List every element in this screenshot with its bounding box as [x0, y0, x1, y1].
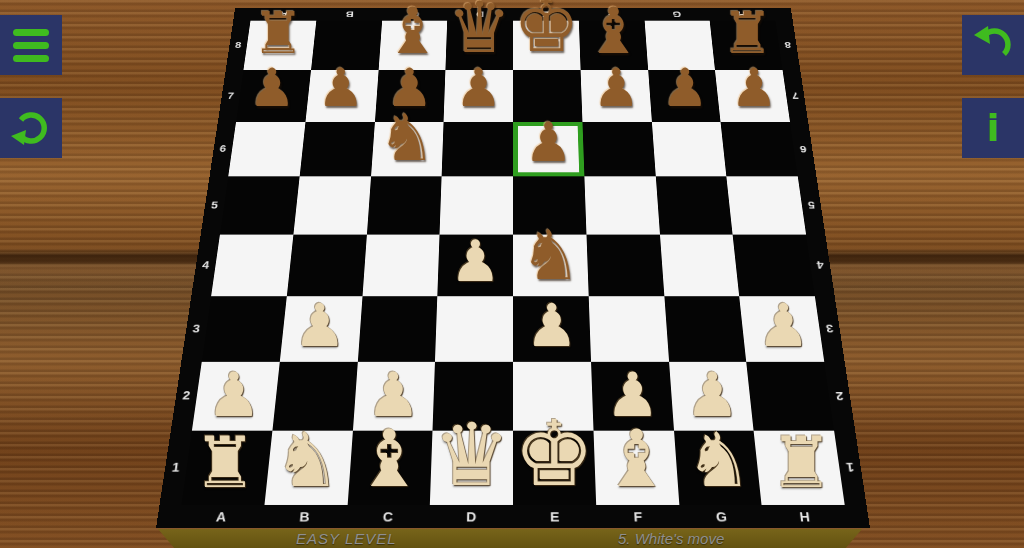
- info-icon: i: [986, 109, 999, 147]
- square-c3[interactable]: [357, 296, 437, 361]
- square-a5[interactable]: [220, 177, 299, 235]
- square-d5[interactable]: [440, 177, 513, 235]
- file-label-bottom-B: B: [262, 505, 347, 528]
- file-label-bottom-G: G: [679, 505, 764, 528]
- square-h6[interactable]: [721, 122, 798, 177]
- piece-white-pawn-b3[interactable]: ♟: [293, 296, 346, 355]
- piece-black-rook-h8[interactable]: ♜: [722, 5, 774, 63]
- piece-white-rook-h1[interactable]: ♜: [770, 428, 833, 499]
- piece-black-pawn-b7[interactable]: ♟: [317, 62, 364, 115]
- square-c4[interactable]: [362, 235, 440, 297]
- square-f4[interactable]: [586, 235, 664, 297]
- square-b4[interactable]: [287, 235, 367, 297]
- rotate-board-icon: [9, 106, 53, 150]
- file-label-bottom-H: H: [762, 505, 848, 528]
- piece-black-bishop-f8[interactable]: ♝: [585, 0, 642, 63]
- piece-black-knight-e4[interactable]: ♞: [520, 222, 581, 290]
- file-label-bottom-D: D: [429, 505, 513, 528]
- piece-black-bishop-c8[interactable]: ♝: [384, 0, 441, 63]
- square-c5[interactable]: [366, 177, 441, 235]
- square-b5[interactable]: [293, 177, 370, 235]
- square-h5[interactable]: [727, 177, 806, 235]
- piece-black-pawn-a7[interactable]: ♟: [248, 62, 295, 115]
- file-label-bottom-F: F: [596, 505, 681, 528]
- square-f5[interactable]: [584, 177, 659, 235]
- square-h4[interactable]: [733, 235, 815, 297]
- file-label-bottom-C: C: [346, 505, 431, 528]
- piece-black-king-e8[interactable]: ♚: [514, 0, 580, 63]
- piece-white-king-e1[interactable]: ♚: [514, 409, 595, 500]
- status-bar: EASY LEVEL 5. White's move: [158, 529, 862, 548]
- square-g6[interactable]: [651, 122, 726, 177]
- piece-black-pawn-d7[interactable]: ♟: [455, 62, 502, 115]
- piece-white-pawn-a2[interactable]: ♟: [206, 364, 261, 425]
- piece-black-pawn-e6[interactable]: ♟: [524, 116, 573, 170]
- hamburger-menu-icon: [13, 26, 49, 65]
- square-g4[interactable]: [660, 235, 740, 297]
- square-d3[interactable]: [435, 296, 513, 361]
- piece-white-pawn-g2[interactable]: ♟: [685, 364, 740, 425]
- file-label-top-B: B: [316, 8, 383, 20]
- piece-black-pawn-f7[interactable]: ♟: [593, 62, 640, 115]
- file-label-bottom-E: E: [513, 505, 597, 528]
- info-button[interactable]: i: [962, 98, 1024, 158]
- undo-button[interactable]: [962, 15, 1024, 75]
- rotate-board-button[interactable]: [0, 98, 62, 158]
- piece-white-knight-g1[interactable]: ♞: [685, 424, 752, 499]
- piece-white-pawn-h3[interactable]: ♟: [757, 296, 810, 355]
- file-label-top-G: G: [643, 8, 710, 20]
- difficulty-label: EASY LEVEL: [296, 530, 397, 547]
- square-g3[interactable]: [664, 296, 746, 361]
- menu-button[interactable]: [0, 15, 62, 75]
- piece-black-rook-a8[interactable]: ♜: [253, 5, 305, 63]
- square-d6[interactable]: [442, 122, 513, 177]
- square-g5[interactable]: [655, 177, 732, 235]
- app-screen: 8877665544332211AABBCCDDEEFFGGHH ♜♝♛♚♝♜♟…: [0, 0, 1024, 548]
- square-a4[interactable]: [211, 235, 293, 297]
- square-a3[interactable]: [202, 296, 287, 361]
- square-a6[interactable]: [228, 122, 305, 177]
- file-label-bottom-A: A: [178, 505, 264, 528]
- piece-white-bishop-f1[interactable]: ♝: [601, 420, 672, 499]
- piece-white-rook-a1[interactable]: ♜: [193, 428, 256, 499]
- piece-white-pawn-d4[interactable]: ♟: [450, 233, 501, 290]
- piece-white-queen-d1[interactable]: ♛: [433, 413, 511, 500]
- undo-arrow-icon: [971, 23, 1015, 67]
- square-f6[interactable]: [582, 122, 655, 177]
- piece-black-pawn-h7[interactable]: ♟: [730, 62, 777, 115]
- square-f3[interactable]: [588, 296, 668, 361]
- turn-indicator: 5. White's move: [618, 530, 724, 547]
- piece-black-knight-c6[interactable]: ♞: [378, 106, 436, 170]
- piece-black-queen-d8[interactable]: ♛: [448, 0, 511, 63]
- piece-black-pawn-g7[interactable]: ♟: [662, 62, 709, 115]
- piece-white-knight-b1[interactable]: ♞: [274, 424, 341, 499]
- square-b6[interactable]: [299, 122, 374, 177]
- piece-white-bishop-c1[interactable]: ♝: [354, 420, 425, 499]
- piece-white-pawn-e3[interactable]: ♟: [525, 296, 578, 355]
